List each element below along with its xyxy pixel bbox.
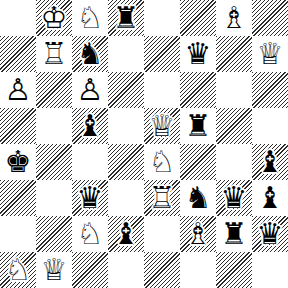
square-e3[interactable]: ♜♖ bbox=[144, 180, 180, 216]
square-g1[interactable] bbox=[216, 252, 252, 288]
white-knight-icon: ♘ bbox=[0, 252, 36, 288]
white-rook-icon: ♖ bbox=[144, 180, 180, 216]
white-rook-piece[interactable]: ♜♖ bbox=[144, 180, 180, 216]
black-queen-piece[interactable]: ♛♛ bbox=[180, 36, 216, 72]
square-d4[interactable] bbox=[108, 144, 144, 180]
black-knight-icon: ♞ bbox=[72, 36, 108, 72]
white-knight-icon: ♘ bbox=[144, 144, 180, 180]
square-g3[interactable]: ♛♛ bbox=[216, 180, 252, 216]
black-king-piece[interactable]: ♚♚ bbox=[0, 144, 36, 180]
square-e2[interactable] bbox=[144, 216, 180, 252]
white-king-piece[interactable]: ♚♔ bbox=[36, 0, 72, 36]
black-rook-icon: ♜ bbox=[108, 0, 144, 36]
white-queen-piece[interactable]: ♛♕ bbox=[36, 252, 72, 288]
square-f1[interactable] bbox=[180, 252, 216, 288]
white-pawn-piece[interactable]: ♟♙ bbox=[0, 72, 36, 108]
square-h4[interactable]: ♝♝ bbox=[252, 144, 288, 180]
square-f3[interactable]: ♞♞ bbox=[180, 180, 216, 216]
square-d8[interactable]: ♜♜ bbox=[108, 0, 144, 36]
square-e1[interactable] bbox=[144, 252, 180, 288]
square-a4[interactable]: ♚♚ bbox=[0, 144, 36, 180]
square-f8[interactable] bbox=[180, 0, 216, 36]
square-c5[interactable]: ♝♝ bbox=[72, 108, 108, 144]
white-knight-icon: ♘ bbox=[72, 216, 108, 252]
black-bishop-icon: ♝ bbox=[252, 144, 288, 180]
square-c3[interactable]: ♛♛ bbox=[72, 180, 108, 216]
square-b2[interactable] bbox=[36, 216, 72, 252]
square-h1[interactable] bbox=[252, 252, 288, 288]
square-e5[interactable]: ♛♕ bbox=[144, 108, 180, 144]
white-knight-piece[interactable]: ♞♘ bbox=[0, 252, 36, 288]
square-h8[interactable] bbox=[252, 0, 288, 36]
square-c8[interactable]: ♞♘ bbox=[72, 0, 108, 36]
square-d5[interactable] bbox=[108, 108, 144, 144]
square-a6[interactable]: ♟♙ bbox=[0, 72, 36, 108]
square-f2[interactable]: ♝♗ bbox=[180, 216, 216, 252]
white-rook-piece[interactable]: ♜♖ bbox=[36, 36, 72, 72]
square-b8[interactable]: ♚♔ bbox=[36, 0, 72, 36]
square-b7[interactable]: ♜♖ bbox=[36, 36, 72, 72]
black-bishop-piece[interactable]: ♝♝ bbox=[72, 108, 108, 144]
square-b3[interactable] bbox=[36, 180, 72, 216]
white-pawn-icon: ♙ bbox=[0, 72, 36, 108]
square-g5[interactable] bbox=[216, 108, 252, 144]
square-d3[interactable] bbox=[108, 180, 144, 216]
square-h3[interactable]: ♝♝ bbox=[252, 180, 288, 216]
black-queen-icon: ♛ bbox=[252, 216, 288, 252]
square-a1[interactable]: ♞♘ bbox=[0, 252, 36, 288]
square-e4[interactable]: ♞♘ bbox=[144, 144, 180, 180]
white-pawn-piece[interactable]: ♟♙ bbox=[72, 72, 108, 108]
square-a2[interactable] bbox=[0, 216, 36, 252]
black-queen-icon: ♛ bbox=[216, 180, 252, 216]
white-bishop-icon: ♗ bbox=[216, 0, 252, 36]
square-h5[interactable] bbox=[252, 108, 288, 144]
square-a5[interactable] bbox=[0, 108, 36, 144]
chess-board: ♚♔♞♘♜♜♝♗♜♖♞♞♛♛♛♕♟♙♟♙♝♝♛♕♜♜♚♚♞♘♝♝♛♛♜♖♞♞♛♛… bbox=[0, 0, 288, 288]
black-bishop-icon: ♝ bbox=[252, 180, 288, 216]
white-rook-icon: ♖ bbox=[36, 36, 72, 72]
white-knight-piece[interactable]: ♞♘ bbox=[72, 0, 108, 36]
black-king-icon: ♚ bbox=[0, 144, 36, 180]
square-c7[interactable]: ♞♞ bbox=[72, 36, 108, 72]
black-queen-icon: ♛ bbox=[180, 36, 216, 72]
black-bishop-icon: ♝ bbox=[108, 216, 144, 252]
white-bishop-piece[interactable]: ♝♗ bbox=[216, 0, 252, 36]
square-d2[interactable]: ♝♝ bbox=[108, 216, 144, 252]
square-b6[interactable] bbox=[36, 72, 72, 108]
square-d1[interactable] bbox=[108, 252, 144, 288]
square-e8[interactable] bbox=[144, 0, 180, 36]
black-queen-piece[interactable]: ♛♛ bbox=[252, 216, 288, 252]
white-king-icon: ♔ bbox=[36, 0, 72, 36]
white-queen-icon: ♕ bbox=[252, 36, 288, 72]
square-b5[interactable] bbox=[36, 108, 72, 144]
black-rook-piece[interactable]: ♜♜ bbox=[108, 0, 144, 36]
square-e7[interactable] bbox=[144, 36, 180, 72]
square-e6[interactable] bbox=[144, 72, 180, 108]
white-knight-piece[interactable]: ♞♘ bbox=[72, 216, 108, 252]
white-queen-piece[interactable]: ♛♕ bbox=[252, 36, 288, 72]
square-a3[interactable] bbox=[0, 180, 36, 216]
black-knight-icon: ♞ bbox=[180, 180, 216, 216]
black-bishop-icon: ♝ bbox=[72, 108, 108, 144]
square-g7[interactable] bbox=[216, 36, 252, 72]
black-bishop-piece[interactable]: ♝♝ bbox=[252, 144, 288, 180]
square-d7[interactable] bbox=[108, 36, 144, 72]
white-pawn-icon: ♙ bbox=[72, 72, 108, 108]
black-rook-icon: ♜ bbox=[216, 216, 252, 252]
square-f4[interactable] bbox=[180, 144, 216, 180]
square-c1[interactable] bbox=[72, 252, 108, 288]
black-queen-piece[interactable]: ♛♛ bbox=[72, 180, 108, 216]
square-a8[interactable] bbox=[0, 0, 36, 36]
black-rook-piece[interactable]: ♜♜ bbox=[216, 216, 252, 252]
white-bishop-icon: ♗ bbox=[180, 216, 216, 252]
black-bishop-piece[interactable]: ♝♝ bbox=[108, 216, 144, 252]
square-g6[interactable] bbox=[216, 72, 252, 108]
square-h2[interactable]: ♛♛ bbox=[252, 216, 288, 252]
square-h7[interactable]: ♛♕ bbox=[252, 36, 288, 72]
black-knight-piece[interactable]: ♞♞ bbox=[72, 36, 108, 72]
square-c4[interactable] bbox=[72, 144, 108, 180]
square-h6[interactable] bbox=[252, 72, 288, 108]
square-b1[interactable]: ♛♕ bbox=[36, 252, 72, 288]
square-f5[interactable]: ♜♜ bbox=[180, 108, 216, 144]
square-f6[interactable] bbox=[180, 72, 216, 108]
black-rook-piece[interactable]: ♜♜ bbox=[180, 108, 216, 144]
white-bishop-piece[interactable]: ♝♗ bbox=[180, 216, 216, 252]
black-knight-piece[interactable]: ♞♞ bbox=[180, 180, 216, 216]
white-knight-piece[interactable]: ♞♘ bbox=[144, 144, 180, 180]
black-queen-icon: ♛ bbox=[72, 180, 108, 216]
black-rook-icon: ♜ bbox=[180, 108, 216, 144]
square-g2[interactable]: ♜♜ bbox=[216, 216, 252, 252]
white-knight-icon: ♘ bbox=[72, 0, 108, 36]
square-c6[interactable]: ♟♙ bbox=[72, 72, 108, 108]
black-bishop-piece[interactable]: ♝♝ bbox=[252, 180, 288, 216]
square-b4[interactable] bbox=[36, 144, 72, 180]
square-c2[interactable]: ♞♘ bbox=[72, 216, 108, 252]
square-d6[interactable] bbox=[108, 72, 144, 108]
black-queen-piece[interactable]: ♛♛ bbox=[216, 180, 252, 216]
square-g8[interactable]: ♝♗ bbox=[216, 0, 252, 36]
white-queen-icon: ♕ bbox=[144, 108, 180, 144]
white-queen-icon: ♕ bbox=[36, 252, 72, 288]
square-g4[interactable] bbox=[216, 144, 252, 180]
white-queen-piece[interactable]: ♛♕ bbox=[144, 108, 180, 144]
square-f7[interactable]: ♛♛ bbox=[180, 36, 216, 72]
square-a7[interactable] bbox=[0, 36, 36, 72]
